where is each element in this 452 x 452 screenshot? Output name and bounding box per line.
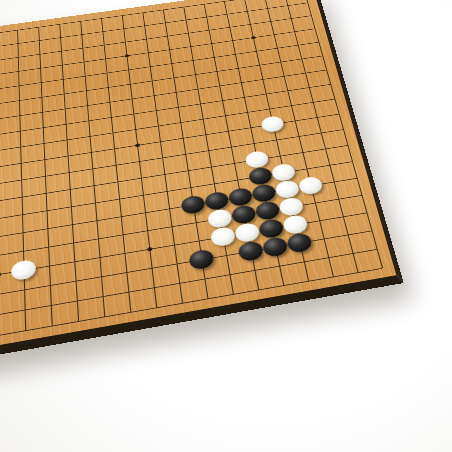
star-point <box>0 272 1 277</box>
black-stone <box>258 218 285 239</box>
white-stone <box>274 179 300 199</box>
white-stone <box>210 226 236 248</box>
white-stone <box>260 115 285 133</box>
black-stone <box>251 183 277 203</box>
white-stone <box>11 259 36 282</box>
star-point <box>251 36 256 39</box>
star-point <box>147 247 152 252</box>
black-stone <box>204 191 230 211</box>
photo-scene <box>0 0 452 452</box>
white-stone <box>282 214 309 235</box>
white-stone <box>278 196 304 217</box>
black-stone <box>286 232 313 254</box>
white-stone <box>244 150 269 169</box>
white-stone <box>271 163 297 183</box>
black-stone <box>248 166 274 186</box>
black-stone <box>231 204 257 225</box>
grid-lines <box>0 0 312 37</box>
grid-line-vertical <box>142 12 182 303</box>
board-anchor <box>0 0 452 452</box>
white-stone <box>234 222 261 243</box>
star-point <box>135 143 140 147</box>
stones-layer <box>0 0 312 37</box>
black-stone <box>188 248 215 270</box>
black-stone <box>180 194 205 215</box>
black-stone <box>254 200 280 221</box>
star-points <box>0 0 312 37</box>
go-board <box>0 0 404 372</box>
white-stone <box>207 208 233 229</box>
black-stone <box>262 236 289 258</box>
star-point <box>125 54 130 57</box>
black-stone <box>237 240 264 262</box>
black-stone <box>228 187 254 207</box>
white-stone <box>298 176 324 196</box>
